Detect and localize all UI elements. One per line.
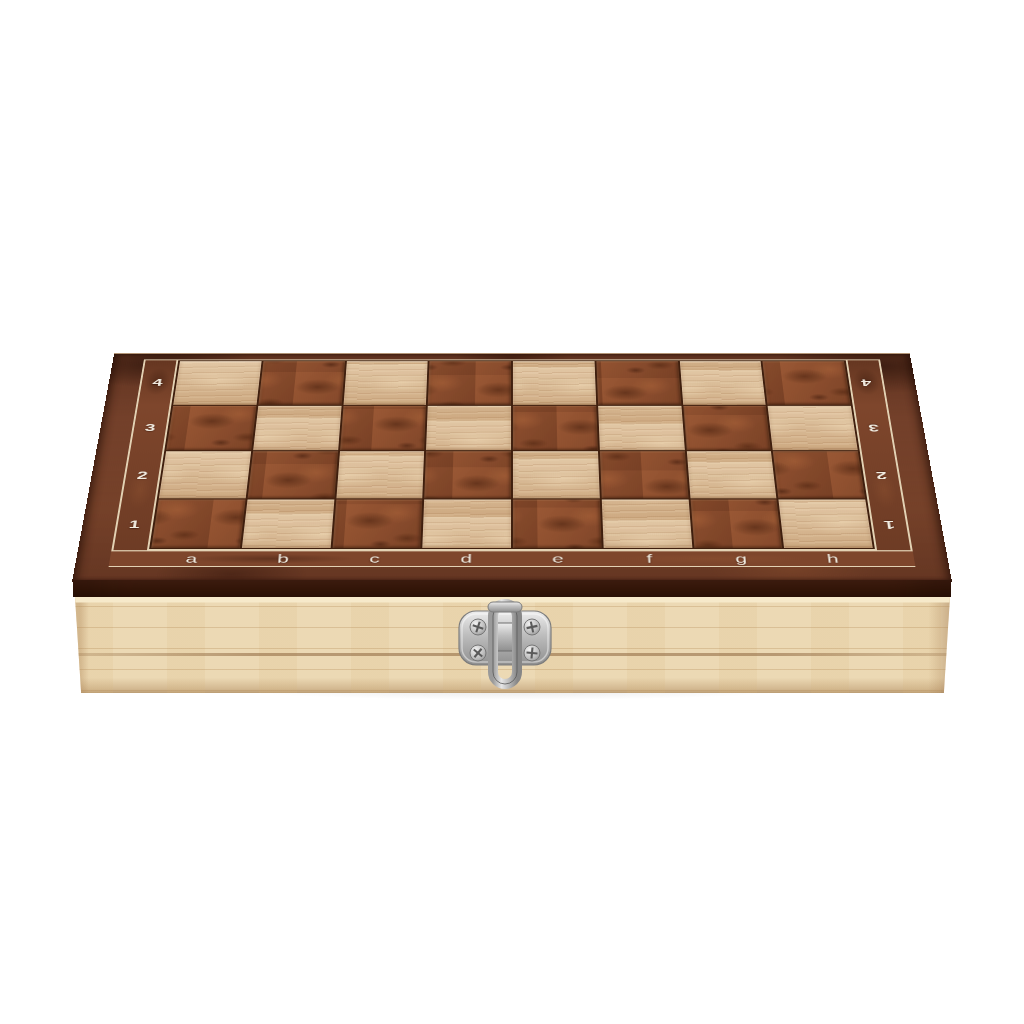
square-c4 — [343, 361, 428, 404]
square-c1 — [332, 499, 422, 548]
clasp-hinge-pin — [488, 602, 522, 612]
file-label-c: c — [328, 551, 420, 566]
file-label-d: d — [420, 551, 512, 566]
square-c3 — [340, 405, 427, 450]
chess-board: 4321 4321 abcdefgh — [72, 353, 952, 582]
clasp-latch — [457, 599, 553, 691]
square-h2 — [773, 451, 865, 498]
square-b3 — [253, 405, 341, 450]
square-b1 — [242, 499, 334, 548]
square-g4 — [679, 361, 765, 404]
square-d4 — [428, 361, 511, 404]
clasp-latch-icon — [457, 599, 553, 691]
square-a4 — [173, 361, 261, 404]
file-labels: abcdefgh — [144, 551, 879, 566]
file-label-g: g — [695, 551, 788, 566]
square-e4 — [513, 361, 596, 404]
square-h1 — [779, 499, 873, 548]
square-g3 — [683, 405, 771, 450]
square-e2 — [513, 451, 600, 498]
screw-icon — [524, 619, 540, 635]
square-f4 — [596, 361, 681, 404]
file-label-e: e — [512, 551, 604, 566]
square-b4 — [258, 361, 344, 404]
screw-icon — [470, 645, 486, 661]
square-f2 — [600, 451, 688, 498]
file-label-b: b — [236, 551, 329, 566]
file-labels-strip: abcdefgh — [109, 550, 916, 567]
square-f3 — [598, 405, 685, 450]
screw-icon — [524, 645, 540, 661]
board-playing-area — [147, 359, 877, 550]
square-a2 — [159, 451, 251, 498]
square-a1 — [151, 499, 245, 548]
file-label-h: h — [786, 551, 880, 566]
square-e3 — [513, 405, 598, 450]
lid-front-edge — [73, 580, 951, 597]
square-f1 — [602, 499, 692, 548]
square-g1 — [690, 499, 782, 548]
square-c2 — [336, 451, 424, 498]
file-label-f: f — [603, 551, 695, 566]
square-h4 — [763, 361, 851, 404]
chess-box-photo: 4321 4321 abcdefgh — [0, 0, 1024, 1024]
square-d1 — [423, 499, 511, 548]
square-d3 — [426, 405, 511, 450]
square-d2 — [424, 451, 511, 498]
squares-grid — [151, 361, 873, 548]
square-h3 — [768, 405, 858, 450]
square-a3 — [166, 405, 256, 450]
file-label-a: a — [144, 551, 238, 566]
square-b2 — [247, 451, 337, 498]
screw-icon — [470, 619, 486, 635]
square-e1 — [513, 499, 601, 548]
square-g2 — [686, 451, 776, 498]
